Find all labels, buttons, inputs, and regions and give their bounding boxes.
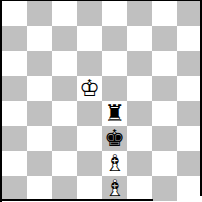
frame-bottom-edge (0, 199, 153, 201)
square-c2 (52, 151, 77, 176)
square-e5 (102, 76, 127, 101)
square-h8 (177, 1, 202, 26)
square-d8 (77, 1, 102, 26)
white-king-piece: ♚♔ (77, 76, 102, 101)
square-b7 (27, 26, 52, 51)
square-d7 (77, 26, 102, 51)
square-h4 (177, 101, 202, 126)
white-bishop-outline: ♗ (102, 151, 127, 176)
frame-left-edge (0, 0, 2, 202)
black-king-piece: ♚ (102, 126, 127, 151)
square-h7 (177, 26, 202, 51)
square-f7 (127, 26, 152, 51)
square-g3 (152, 126, 177, 151)
square-g4 (152, 101, 177, 126)
square-c6 (52, 51, 77, 76)
square-e2: ♝♗ (102, 151, 127, 176)
square-g6 (152, 51, 177, 76)
white-king-outline: ♔ (77, 76, 102, 101)
chess-board: ♚♔♜♚♝♗♝♗ (2, 1, 202, 201)
square-c3 (52, 126, 77, 151)
square-a6 (2, 51, 27, 76)
frame-top-edge (0, 0, 202, 1)
square-h6 (177, 51, 202, 76)
square-e4: ♜ (102, 101, 127, 126)
square-a1 (2, 176, 27, 201)
square-b5 (27, 76, 52, 101)
square-a2 (2, 151, 27, 176)
square-b8 (27, 1, 52, 26)
square-b6 (27, 51, 52, 76)
square-g1 (152, 176, 177, 201)
square-d2 (77, 151, 102, 176)
square-d1 (77, 176, 102, 201)
square-c4 (52, 101, 77, 126)
square-c8 (52, 1, 77, 26)
square-e3: ♚ (102, 126, 127, 151)
black-rook-piece: ♜ (102, 101, 127, 126)
square-f1 (127, 176, 152, 201)
white-bishop-outline: ♗ (102, 176, 127, 201)
square-b3 (27, 126, 52, 151)
white-bishop-piece: ♝♗ (102, 176, 127, 201)
square-d6 (77, 51, 102, 76)
square-h2 (177, 151, 202, 176)
square-f6 (127, 51, 152, 76)
square-e8 (102, 1, 127, 26)
black-king-glyph: ♚ (102, 126, 127, 151)
square-h5 (177, 76, 202, 101)
square-c1 (52, 176, 77, 201)
square-g8 (152, 1, 177, 26)
square-f4 (127, 101, 152, 126)
square-d3 (77, 126, 102, 151)
square-c5 (52, 76, 77, 101)
white-bishop-piece: ♝♗ (102, 151, 127, 176)
square-a3 (2, 126, 27, 151)
square-b1 (27, 176, 52, 201)
square-f8 (127, 1, 152, 26)
square-h1 (177, 176, 202, 201)
chess-diagram: ♚♔♜♚♝♗♝♗ (0, 0, 202, 202)
square-f3 (127, 126, 152, 151)
square-c7 (52, 26, 77, 51)
square-b4 (27, 101, 52, 126)
square-f5 (127, 76, 152, 101)
square-d4 (77, 101, 102, 126)
square-a4 (2, 101, 27, 126)
square-h3 (177, 126, 202, 151)
square-g2 (152, 151, 177, 176)
square-a8 (2, 1, 27, 26)
square-e6 (102, 51, 127, 76)
square-e1: ♝♗ (102, 176, 127, 201)
square-a5 (2, 76, 27, 101)
square-e7 (102, 26, 127, 51)
square-d5: ♚♔ (77, 76, 102, 101)
square-b2 (27, 151, 52, 176)
square-g7 (152, 26, 177, 51)
square-g5 (152, 76, 177, 101)
square-a7 (2, 26, 27, 51)
square-f2 (127, 151, 152, 176)
black-rook-glyph: ♜ (102, 101, 127, 126)
frame-right-edge (200, 0, 202, 196)
